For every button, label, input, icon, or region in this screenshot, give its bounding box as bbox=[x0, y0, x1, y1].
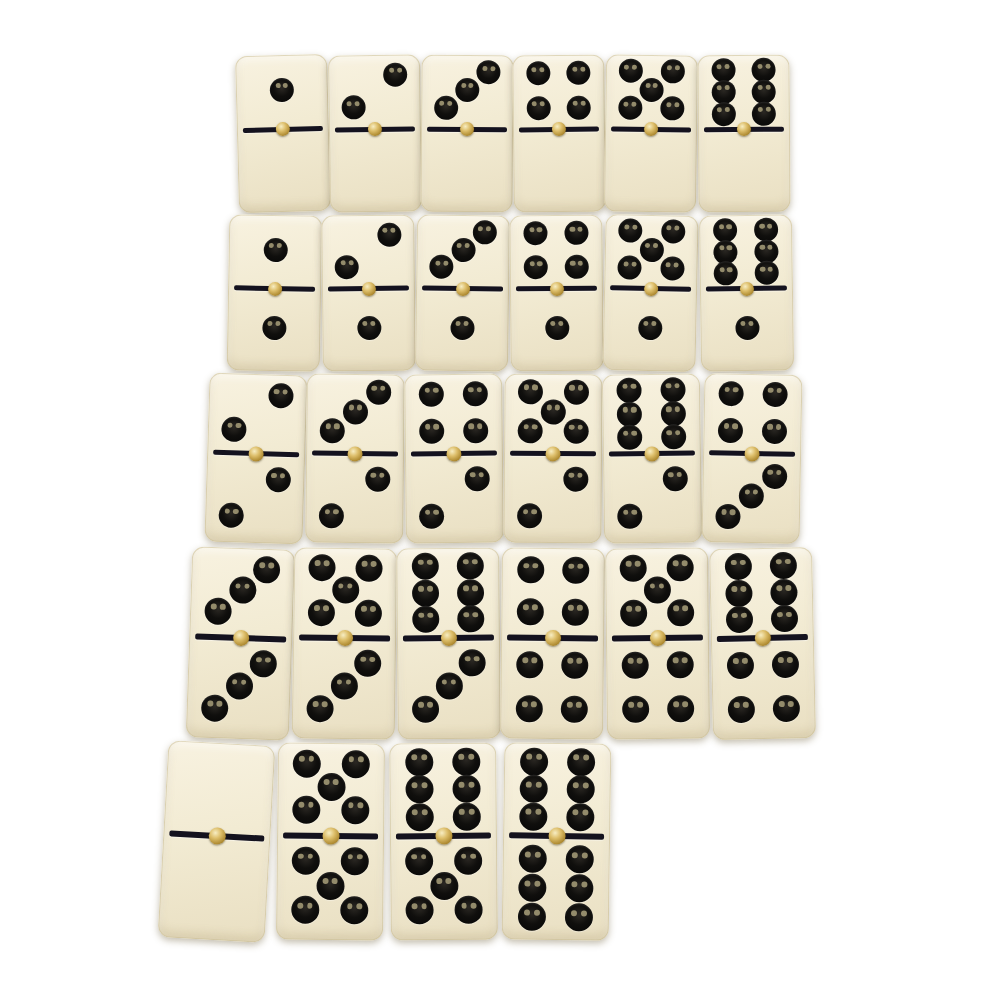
pip bbox=[306, 695, 333, 722]
pip bbox=[639, 237, 663, 261]
domino-tile-3-0 bbox=[420, 55, 513, 213]
pip bbox=[719, 381, 744, 406]
pip bbox=[638, 316, 662, 340]
spinner-pin bbox=[744, 446, 759, 461]
pip bbox=[204, 597, 232, 625]
pip bbox=[332, 577, 359, 604]
pip bbox=[292, 796, 320, 824]
pip bbox=[412, 579, 439, 606]
pip bbox=[405, 896, 433, 924]
domino-tile-2-2 bbox=[204, 373, 307, 545]
domino-tile-4-4 bbox=[500, 547, 605, 739]
domino-half-top bbox=[421, 59, 513, 126]
domino-tile-4-2 bbox=[404, 373, 504, 543]
pip bbox=[563, 419, 588, 444]
pip bbox=[667, 599, 694, 626]
pip bbox=[355, 600, 382, 627]
pip bbox=[523, 221, 547, 245]
pip bbox=[517, 503, 542, 528]
pip bbox=[463, 418, 488, 443]
pip bbox=[567, 775, 595, 803]
spinner-pin bbox=[739, 282, 753, 296]
domino-tile-6-5 bbox=[389, 743, 498, 941]
spinner-pin bbox=[643, 282, 657, 296]
domino-half-top bbox=[164, 745, 275, 834]
pip bbox=[429, 255, 453, 279]
domino-half-bottom bbox=[405, 461, 504, 537]
pip bbox=[617, 378, 642, 403]
pip bbox=[516, 695, 543, 722]
domino-half-bottom bbox=[415, 295, 509, 366]
spinner-pin bbox=[208, 827, 226, 845]
pip bbox=[617, 425, 642, 450]
pip bbox=[773, 695, 801, 723]
pip bbox=[519, 802, 547, 830]
pip bbox=[434, 95, 458, 119]
pip bbox=[342, 750, 370, 778]
spinner-pin bbox=[737, 122, 751, 136]
pip bbox=[725, 580, 753, 608]
domino-half-bottom bbox=[503, 461, 602, 537]
pip bbox=[292, 847, 320, 875]
domino-half-bottom bbox=[603, 294, 697, 365]
domino-half-top bbox=[604, 218, 698, 285]
pip bbox=[518, 379, 543, 404]
pip bbox=[320, 418, 345, 443]
spinner-pin bbox=[361, 282, 375, 296]
pip bbox=[430, 872, 458, 900]
pip bbox=[667, 554, 694, 581]
pip bbox=[464, 466, 489, 491]
pip bbox=[454, 847, 482, 875]
pip bbox=[412, 606, 439, 633]
domino-tile-5-0 bbox=[604, 54, 698, 212]
pip bbox=[452, 748, 480, 776]
pip bbox=[566, 845, 594, 873]
pip bbox=[562, 557, 589, 584]
pip bbox=[661, 424, 686, 449]
domino-half-bottom bbox=[502, 844, 610, 933]
pip bbox=[755, 261, 779, 285]
pip bbox=[726, 606, 754, 634]
domino-half-bottom bbox=[711, 645, 816, 732]
pip bbox=[341, 95, 365, 119]
domino-half-top bbox=[293, 552, 397, 634]
domino-half-bottom bbox=[397, 646, 501, 732]
spinner-pin bbox=[644, 122, 658, 136]
pip bbox=[455, 896, 483, 924]
spinner-pin bbox=[545, 446, 560, 461]
spinner-pin bbox=[322, 828, 339, 845]
domino-tile-6-6 bbox=[502, 742, 612, 940]
pip bbox=[341, 796, 369, 824]
pip bbox=[219, 502, 245, 528]
pip bbox=[265, 467, 291, 493]
pip bbox=[316, 871, 344, 899]
domino-half-top bbox=[277, 747, 385, 831]
pip bbox=[518, 419, 543, 444]
pip bbox=[565, 903, 593, 931]
pip bbox=[752, 80, 776, 104]
pip bbox=[340, 896, 368, 924]
domino-half-bottom bbox=[186, 645, 292, 734]
domino-tile-3-2 bbox=[305, 373, 405, 543]
pip bbox=[545, 316, 569, 340]
domino-half-top bbox=[416, 218, 510, 285]
domino-half-bottom bbox=[292, 646, 396, 732]
pip bbox=[618, 96, 642, 120]
pip bbox=[268, 383, 294, 409]
domino-half-bottom bbox=[329, 135, 422, 206]
domino-half-top bbox=[703, 377, 802, 450]
domino-half-bottom bbox=[603, 460, 702, 537]
spinner-pin bbox=[248, 446, 263, 461]
pip bbox=[619, 555, 646, 582]
domino-half-bottom bbox=[227, 295, 321, 366]
pip bbox=[412, 696, 439, 723]
domino-tile-5-1 bbox=[602, 214, 698, 372]
pip bbox=[405, 775, 433, 803]
pip bbox=[762, 381, 787, 406]
spinner-pin bbox=[440, 630, 456, 646]
domino-half-top bbox=[512, 58, 605, 125]
domino-half-top bbox=[189, 551, 295, 635]
domino-tile-6-4 bbox=[709, 547, 816, 740]
pip bbox=[519, 775, 547, 803]
spinner-pin bbox=[347, 446, 362, 461]
pip bbox=[667, 651, 694, 678]
spinner-pin bbox=[460, 122, 474, 136]
pip bbox=[524, 255, 548, 279]
domino-half-top bbox=[504, 378, 602, 450]
pip bbox=[308, 554, 335, 581]
pip bbox=[564, 221, 588, 245]
pip bbox=[459, 650, 486, 677]
spinner-pin bbox=[368, 122, 382, 136]
pip bbox=[643, 577, 670, 604]
pip bbox=[561, 652, 588, 679]
pip bbox=[263, 237, 287, 261]
domino-half-bottom bbox=[698, 136, 790, 206]
pip bbox=[713, 218, 737, 242]
pip bbox=[228, 577, 256, 605]
pip bbox=[620, 600, 647, 627]
pip bbox=[718, 418, 743, 443]
pip bbox=[739, 484, 764, 509]
pip bbox=[317, 773, 345, 801]
domino-half-top bbox=[321, 218, 415, 284]
pip bbox=[618, 219, 642, 243]
pip bbox=[457, 606, 484, 633]
pip bbox=[453, 802, 481, 830]
domino-tile-4-1 bbox=[509, 215, 603, 372]
pip bbox=[517, 598, 544, 625]
pip bbox=[293, 749, 321, 777]
pip bbox=[565, 255, 589, 279]
pip bbox=[473, 220, 497, 244]
pip bbox=[772, 651, 800, 679]
spinner-pin bbox=[549, 282, 563, 296]
pip bbox=[716, 504, 741, 529]
spinner-pin bbox=[232, 630, 249, 647]
pip bbox=[754, 239, 778, 263]
pip bbox=[660, 401, 685, 426]
domino-half-top bbox=[602, 378, 701, 450]
spinner-pin bbox=[455, 282, 469, 296]
pip bbox=[526, 62, 550, 86]
pip bbox=[761, 418, 786, 443]
pip bbox=[526, 96, 550, 120]
pip bbox=[330, 673, 357, 700]
domino-half-top bbox=[396, 552, 500, 633]
domino-half-bottom bbox=[513, 135, 606, 206]
domino-half-top bbox=[501, 552, 605, 633]
pip bbox=[451, 238, 475, 262]
pip bbox=[406, 803, 434, 831]
pip bbox=[752, 101, 776, 125]
pip bbox=[520, 747, 548, 775]
pip bbox=[335, 255, 359, 279]
spinner-pin bbox=[544, 630, 560, 646]
pip bbox=[201, 694, 229, 722]
pip bbox=[457, 553, 484, 580]
domino-tile-6-1 bbox=[699, 214, 794, 371]
pip bbox=[518, 903, 546, 931]
pip bbox=[452, 775, 480, 803]
domino-half-bottom bbox=[500, 646, 604, 732]
pip bbox=[771, 605, 799, 633]
pip bbox=[618, 504, 643, 529]
domino-half-top bbox=[509, 218, 603, 284]
pip bbox=[660, 97, 684, 121]
pip bbox=[517, 557, 544, 584]
domino-half-bottom bbox=[702, 460, 801, 537]
pip bbox=[341, 847, 369, 875]
pip bbox=[412, 553, 439, 580]
pip bbox=[712, 102, 736, 126]
domino-half-bottom bbox=[700, 295, 794, 366]
domino-half-top bbox=[235, 58, 329, 126]
pip bbox=[563, 467, 588, 492]
pip bbox=[735, 316, 759, 340]
pip bbox=[516, 651, 543, 678]
pip bbox=[405, 748, 433, 776]
pip bbox=[562, 599, 589, 626]
domino-half-bottom bbox=[276, 844, 384, 933]
pip bbox=[565, 874, 593, 902]
pip bbox=[356, 555, 383, 582]
pip bbox=[563, 379, 588, 404]
pip bbox=[770, 579, 798, 607]
pip bbox=[566, 61, 590, 85]
pip bbox=[253, 556, 281, 584]
pip bbox=[541, 399, 566, 424]
domino-tile-2-1 bbox=[321, 215, 416, 372]
pip bbox=[621, 652, 648, 679]
pip bbox=[727, 696, 755, 724]
domino-tile-3-1 bbox=[415, 214, 510, 371]
pip bbox=[567, 95, 591, 119]
pip bbox=[405, 847, 433, 875]
domino-half-top bbox=[709, 552, 814, 634]
pip bbox=[262, 316, 286, 340]
domino-half-top bbox=[306, 378, 405, 450]
pip bbox=[518, 874, 546, 902]
spinner-pin bbox=[548, 828, 565, 845]
pip bbox=[752, 58, 776, 82]
pip bbox=[661, 220, 685, 244]
domino-half-bottom bbox=[205, 459, 305, 537]
spinner-pin bbox=[276, 122, 290, 136]
spinner-pin bbox=[644, 446, 659, 461]
pip bbox=[419, 504, 444, 529]
domino-tile-2-0 bbox=[328, 54, 422, 212]
spinner-pin bbox=[754, 630, 770, 646]
pip bbox=[724, 553, 752, 581]
domino-set-photo bbox=[0, 0, 1001, 1001]
pip bbox=[622, 696, 649, 723]
pip bbox=[343, 399, 368, 424]
pip bbox=[250, 650, 278, 678]
domino-tile-6-3 bbox=[396, 548, 501, 740]
domino-half-top bbox=[605, 552, 709, 633]
pip bbox=[457, 579, 484, 606]
pip bbox=[291, 896, 319, 924]
domino-half-top bbox=[207, 377, 307, 451]
domino-tile-5-2 bbox=[503, 374, 602, 544]
pip bbox=[366, 380, 391, 405]
domino-tile-4-0 bbox=[512, 55, 606, 213]
pip bbox=[354, 650, 381, 677]
pip bbox=[383, 62, 407, 86]
domino-half-top bbox=[699, 218, 793, 285]
spinner-pin bbox=[446, 446, 461, 461]
spinner-pin bbox=[435, 828, 452, 845]
domino-half-top bbox=[404, 378, 503, 450]
pip bbox=[450, 316, 474, 340]
pip bbox=[308, 599, 335, 626]
domino-half-bottom bbox=[420, 136, 512, 206]
pip bbox=[435, 673, 462, 700]
domino-tile-1-0 bbox=[235, 54, 331, 213]
pip bbox=[561, 696, 588, 723]
pip bbox=[420, 418, 445, 443]
pip bbox=[319, 503, 344, 528]
pip bbox=[477, 60, 501, 84]
spinner-pin bbox=[649, 630, 665, 646]
domino-half-bottom bbox=[158, 841, 270, 934]
pip bbox=[660, 256, 684, 280]
pip bbox=[770, 552, 798, 580]
domino-tile-5-3 bbox=[292, 547, 398, 739]
domino-half-top bbox=[697, 59, 789, 126]
domino-half-bottom bbox=[390, 844, 498, 933]
domino-tile-6-0 bbox=[697, 55, 790, 213]
pip bbox=[667, 695, 694, 722]
pip bbox=[713, 240, 737, 264]
domino-tile-0-0 bbox=[158, 740, 276, 943]
domino-half-bottom bbox=[606, 646, 710, 732]
domino-half-bottom bbox=[237, 135, 331, 207]
pip bbox=[566, 803, 594, 831]
pip bbox=[660, 377, 685, 402]
domino-half-bottom bbox=[305, 461, 404, 537]
pip bbox=[462, 381, 487, 406]
domino-half-bottom bbox=[604, 135, 697, 206]
domino-half-top bbox=[503, 747, 611, 831]
pip bbox=[762, 464, 787, 489]
spinner-pin bbox=[336, 630, 352, 646]
domino-tile-4-3 bbox=[702, 373, 803, 544]
pip bbox=[662, 466, 687, 491]
pip bbox=[711, 58, 735, 82]
pip bbox=[661, 60, 685, 84]
domino-tile-5-4 bbox=[605, 547, 710, 739]
pip bbox=[519, 845, 547, 873]
domino-half-top bbox=[228, 218, 322, 285]
spinner-pin bbox=[552, 122, 566, 136]
pip bbox=[377, 222, 401, 246]
pip bbox=[711, 80, 735, 104]
pip bbox=[754, 218, 778, 242]
domino-half-top bbox=[605, 58, 698, 125]
pip bbox=[714, 261, 738, 285]
pip bbox=[727, 652, 755, 680]
domino-half-top bbox=[389, 747, 497, 831]
pip bbox=[221, 416, 247, 442]
pip bbox=[455, 78, 479, 102]
spinner-pin bbox=[267, 282, 281, 296]
domino-half-bottom bbox=[322, 295, 416, 365]
domino-half-top bbox=[328, 58, 421, 125]
domino-tile-1-1 bbox=[227, 214, 323, 372]
domino-tile-5-5 bbox=[276, 742, 385, 940]
domino-tile-3-3 bbox=[186, 546, 296, 740]
domino-tile-6-2 bbox=[602, 373, 702, 543]
pip bbox=[419, 381, 444, 406]
pip bbox=[619, 59, 643, 83]
pip bbox=[270, 78, 295, 103]
pip bbox=[639, 78, 663, 102]
domino-half-bottom bbox=[510, 295, 604, 365]
pip bbox=[225, 672, 253, 700]
pip bbox=[617, 255, 641, 279]
pip bbox=[357, 316, 381, 340]
pip bbox=[365, 467, 390, 492]
pip bbox=[567, 748, 595, 776]
pip bbox=[617, 401, 642, 426]
